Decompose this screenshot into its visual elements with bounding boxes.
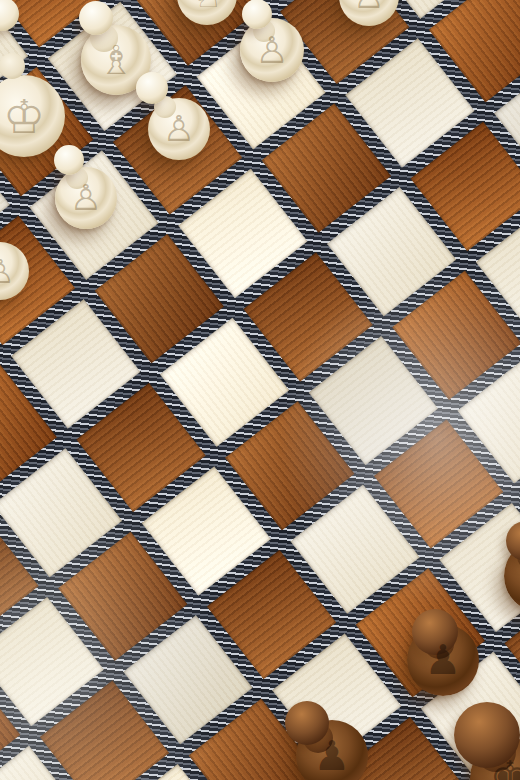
white-pawn-head	[242, 0, 272, 29]
white-knight-base	[177, 0, 237, 25]
black-pawn-head	[412, 609, 458, 655]
black-king-head	[454, 702, 520, 768]
white-king-head	[0, 0, 19, 31]
chessboard-photo: ♔♗♘♙♙♙♙♙♟♟♟♚	[0, 0, 520, 780]
white-king-base	[0, 75, 65, 157]
white-pawn-base	[339, 0, 399, 26]
white-king-collar	[0, 53, 25, 79]
black-pawn-head	[506, 521, 520, 561]
white-bishop-head	[79, 1, 113, 35]
white-pawn-head	[136, 72, 168, 104]
white-pawn-base	[0, 242, 29, 300]
white-pawn-head	[54, 145, 84, 175]
pieces-layer: ♔♗♘♙♙♙♙♙♟♟♟♚	[0, 0, 520, 780]
black-pawn-head	[285, 701, 329, 745]
